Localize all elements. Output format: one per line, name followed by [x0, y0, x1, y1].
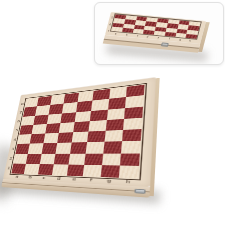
square-e3: [70, 142, 87, 153]
square-h4: [122, 129, 142, 141]
square-h1: [118, 165, 139, 178]
inset-file-label-f: f: [167, 37, 172, 39]
square-f1: [83, 165, 101, 177]
square-g4: [104, 130, 123, 142]
inset-file-label-b: b: [124, 33, 129, 35]
square-g5: [105, 119, 124, 131]
inset-file-label-h: h: [188, 39, 193, 41]
inset-photo-closed-board: abcdefgh 5678: [94, 2, 224, 65]
square-e1: [67, 164, 85, 176]
chess-board-open: abcdefgh 87654321: [1, 76, 159, 198]
inset-file-label-e: e: [156, 36, 161, 38]
square-e4: [72, 131, 89, 142]
square-g1: [100, 165, 119, 178]
square-h3: [121, 141, 141, 153]
board-squares-grid: [11, 85, 144, 179]
square-f3: [86, 142, 104, 153]
inset-file-label-a: a: [113, 32, 118, 34]
inset-rank-label-5: 5: [111, 16, 114, 19]
square-f4: [87, 131, 105, 143]
inset-rank-label-7: 7: [107, 29, 110, 32]
square-f5: [89, 120, 107, 132]
inset-rank-label-6: 6: [109, 23, 112, 26]
closed-board-clasp-latch: [161, 42, 169, 46]
square-h5: [123, 118, 143, 130]
inset-file-label-g: g: [177, 38, 182, 40]
square-f2: [84, 153, 102, 165]
square-g3: [103, 141, 122, 153]
board-face: abcdefgh 87654321: [3, 77, 156, 187]
square-g2: [101, 153, 120, 165]
clasp-latch: [134, 188, 145, 193]
square-d2: [54, 153, 71, 164]
inset-file-label-c: c: [135, 34, 140, 36]
square-h2: [120, 153, 140, 166]
product-photo: abcdefgh 87654321 abcdefgh 5678: [0, 0, 225, 225]
square-e2: [68, 153, 85, 164]
inset-file-label-d: d: [145, 35, 150, 37]
